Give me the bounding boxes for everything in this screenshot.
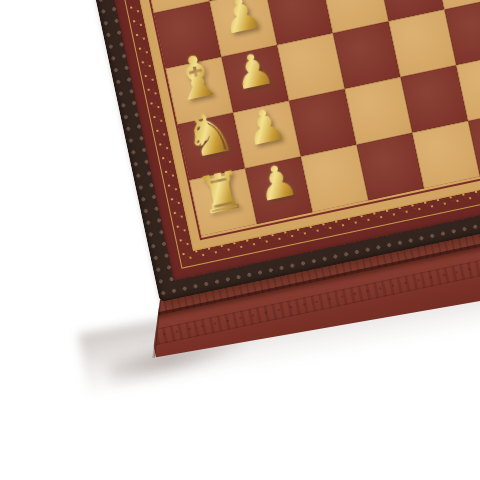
tan-margin: ♟♝♟♞♟♜♟ bbox=[93, 0, 480, 251]
chess-board: ♟♝♟♞♟♜♟ bbox=[106, 0, 480, 236]
product-photo-chess-box: ♟♝♟♞♟♜♟ bbox=[0, 0, 480, 480]
outer-burgundy-strip: ♟♝♟♞♟♜♟ bbox=[64, 0, 480, 281]
white-pawn-e2: ♟ bbox=[208, 0, 276, 49]
gold-ornament-band: ♟♝♟♞♟♜♟ bbox=[76, 0, 480, 269]
checkerboard-frame-line: ♟♝♟♞♟♜♟ bbox=[104, 0, 480, 240]
